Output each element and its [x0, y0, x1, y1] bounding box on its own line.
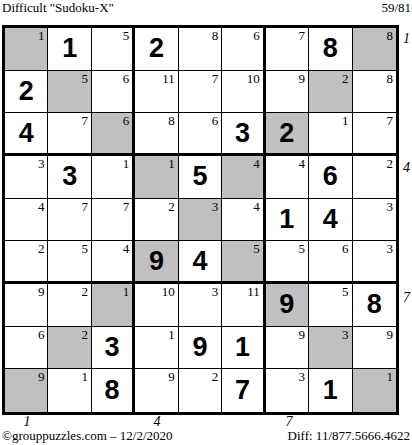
cell-r3c7[interactable]: 2	[266, 113, 309, 156]
difficulty-code: Diff: 11/877.5666.4622	[288, 428, 410, 444]
cell-r6c9[interactable]: 3	[353, 241, 396, 284]
cell-r9c4[interactable]: 9	[135, 369, 178, 412]
clue-number: 5	[253, 241, 260, 256]
row-label-7: 7	[403, 290, 410, 306]
given-digit: 2	[149, 35, 164, 62]
cell-r7c2[interactable]: 2	[48, 284, 91, 327]
clue-number: 5	[299, 241, 306, 256]
cell-r4c7[interactable]: 4	[266, 156, 309, 199]
given-digit: 1	[323, 377, 338, 404]
cell-r7c9[interactable]: 8	[353, 284, 396, 327]
clue-number: 3	[386, 199, 393, 214]
cell-r7c3[interactable]: 1	[92, 284, 135, 327]
cell-r2c9[interactable]: 8	[353, 71, 396, 114]
clue-number: 8	[168, 113, 175, 128]
given-digit: 6	[323, 163, 338, 190]
given-digit: 8	[323, 35, 338, 62]
cell-r9c8[interactable]: 1	[309, 369, 352, 412]
clue-number: 4	[253, 199, 260, 214]
given-digit: 8	[367, 291, 382, 318]
given-digit: 4	[19, 120, 34, 147]
given-digit: 9	[192, 334, 207, 361]
cell-r1c4[interactable]: 2	[135, 28, 178, 71]
cell-r3c6[interactable]: 3	[222, 113, 265, 156]
clue-number: 6	[123, 71, 130, 86]
clue-number: 4	[123, 241, 130, 256]
clue-number: 3	[342, 327, 349, 342]
page: Difficult "Sudoku-X" 59/81 1152867882561…	[0, 0, 412, 445]
clue-number: 7	[299, 28, 306, 43]
given-digit: 1	[62, 35, 77, 62]
clue-number: 1	[81, 369, 88, 384]
cell-r3c1[interactable]: 4	[5, 113, 48, 156]
clue-number: 10	[247, 71, 260, 86]
cell-r6c7[interactable]: 5	[266, 241, 309, 284]
cell-r5c7[interactable]: 1	[266, 199, 309, 242]
clue-number: 4	[38, 199, 45, 214]
clue-number: 1	[38, 28, 45, 43]
cell-r9c2[interactable]: 1	[48, 369, 91, 412]
cell-r9c6[interactable]: 7	[222, 369, 265, 412]
clue-number: 4	[253, 156, 260, 171]
cell-r3c2[interactable]: 7	[48, 113, 91, 156]
clue-number: 8	[212, 28, 219, 43]
cell-r8c7[interactable]: 9	[266, 327, 309, 370]
cell-r8c1[interactable]: 6	[5, 327, 48, 370]
cell-r8c4[interactable]: 1	[135, 327, 178, 370]
given-digit: 3	[105, 334, 120, 361]
clue-number: 1	[168, 327, 175, 342]
clue-number: 9	[299, 327, 306, 342]
cell-r8c5[interactable]: 9	[179, 327, 222, 370]
clue-number: 7	[212, 71, 219, 86]
cell-r7c8[interactable]: 5	[309, 284, 352, 327]
cell-r6c1[interactable]: 2	[5, 241, 48, 284]
cell-r2c5[interactable]: 7	[179, 71, 222, 114]
given-digit: 1	[279, 206, 294, 233]
given-digit: 1	[235, 334, 250, 361]
clue-number: 2	[81, 327, 88, 342]
cell-r2c3[interactable]: 6	[92, 71, 135, 114]
cell-r5c2[interactable]: 7	[48, 199, 91, 242]
row-label-4: 4	[403, 160, 410, 176]
cell-r5c5[interactable]: 3	[179, 199, 222, 242]
given-digit: 8	[105, 377, 120, 404]
cell-r2c8[interactable]: 2	[309, 71, 352, 114]
cell-r5c8[interactable]: 4	[309, 199, 352, 242]
cell-r4c1[interactable]: 3	[5, 156, 48, 199]
clue-number: 6	[123, 113, 130, 128]
row-label-1: 1	[403, 31, 410, 47]
cell-r6c6[interactable]: 5	[222, 241, 265, 284]
cell-r3c8[interactable]: 1	[309, 113, 352, 156]
clue-number: 11	[162, 71, 175, 86]
cell-r4c6[interactable]: 4	[222, 156, 265, 199]
cell-r1c2[interactable]: 1	[48, 28, 91, 71]
cell-r5c6[interactable]: 4	[222, 199, 265, 242]
cell-r5c4[interactable]: 2	[135, 199, 178, 242]
cell-r1c5[interactable]: 8	[179, 28, 222, 71]
cell-r6c5[interactable]: 4	[179, 241, 222, 284]
cell-r7c7[interactable]: 9	[266, 284, 309, 327]
clue-number: 4	[299, 156, 306, 171]
given-digit: 5	[192, 163, 207, 190]
cell-r9c3[interactable]: 8	[92, 369, 135, 412]
cell-r8c2[interactable]: 2	[48, 327, 91, 370]
cell-r3c4[interactable]: 8	[135, 113, 178, 156]
clue-number: 1	[168, 156, 175, 171]
clue-number: 9	[38, 369, 45, 384]
cell-r5c1[interactable]: 4	[5, 199, 48, 242]
cell-r2c4[interactable]: 11	[135, 71, 178, 114]
cell-r4c8[interactable]: 6	[309, 156, 352, 199]
clue-number: 6	[212, 113, 219, 128]
copyright-date: ©grouppuzzles.com – 12/2/2020	[2, 428, 173, 444]
cell-r2c1[interactable]: 2	[5, 71, 48, 114]
clue-number: 6	[342, 241, 349, 256]
clue-number: 7	[386, 113, 393, 128]
clue-number: 10	[162, 284, 175, 299]
clue-number: 3	[299, 369, 306, 384]
clue-number: 9	[38, 284, 45, 299]
puzzle-title: Difficult "Sudoku-X"	[2, 0, 114, 16]
given-digit: 3	[235, 120, 250, 147]
cell-r4c4[interactable]: 1	[135, 156, 178, 199]
sudoku-board: 1152867882561171092847686321733115446247…	[2, 25, 399, 415]
clue-number: 6	[253, 28, 260, 43]
cell-r1c1[interactable]: 1	[5, 28, 48, 71]
cell-r1c8[interactable]: 8	[309, 28, 352, 71]
cell-r1c6[interactable]: 6	[222, 28, 265, 71]
cell-r4c3[interactable]: 1	[92, 156, 135, 199]
clue-number: 2	[212, 369, 219, 384]
given-digit: 4	[192, 248, 207, 275]
clue-number: 5	[123, 28, 130, 43]
given-digit: 3	[62, 163, 77, 190]
cell-r8c9[interactable]: 9	[353, 327, 396, 370]
cell-r6c2[interactable]: 5	[48, 241, 91, 284]
clue-number: 2	[386, 156, 393, 171]
clue-number: 2	[168, 199, 175, 214]
clue-number: 3	[386, 241, 393, 256]
cell-r6c8[interactable]: 6	[309, 241, 352, 284]
cell-r8c3[interactable]: 3	[92, 327, 135, 370]
cell-r9c5[interactable]: 2	[179, 369, 222, 412]
cell-r7c4[interactable]: 10	[135, 284, 178, 327]
given-digit: 4	[323, 206, 338, 233]
cell-r1c9[interactable]: 8	[353, 28, 396, 71]
clue-number: 3	[212, 284, 219, 299]
clue-number: 1	[386, 369, 393, 384]
cell-r5c3[interactable]: 7	[92, 199, 135, 242]
clue-number: 1	[123, 284, 130, 299]
clue-number: 5	[342, 284, 349, 299]
clue-number: 3	[38, 156, 45, 171]
cell-r7c6[interactable]: 11	[222, 284, 265, 327]
cell-r7c5[interactable]: 3	[179, 284, 222, 327]
cell-r6c4[interactable]: 9	[135, 241, 178, 284]
clue-number: 2	[38, 241, 45, 256]
clue-number: 5	[81, 241, 88, 256]
cell-r5c9[interactable]: 3	[353, 199, 396, 242]
clue-number: 7	[81, 113, 88, 128]
clue-number: 7	[81, 199, 88, 214]
clue-number: 8	[386, 28, 393, 43]
given-digit: 9	[279, 291, 294, 318]
remaining-counter: 59/81	[381, 0, 411, 16]
cell-r1c7[interactable]: 7	[266, 28, 309, 71]
clue-number: 9	[168, 369, 175, 384]
clue-number: 8	[386, 71, 393, 86]
given-digit: 9	[149, 248, 164, 275]
clue-number: 2	[81, 284, 88, 299]
cell-r2c6[interactable]: 10	[222, 71, 265, 114]
clue-number: 5	[81, 71, 88, 86]
given-digit: 7	[235, 377, 250, 404]
cell-r8c6[interactable]: 1	[222, 327, 265, 370]
cell-r8c8[interactable]: 3	[309, 327, 352, 370]
cell-r4c9[interactable]: 2	[353, 156, 396, 199]
clue-number: 9	[299, 71, 306, 86]
cell-r7c1[interactable]: 9	[5, 284, 48, 327]
cell-r3c5[interactable]: 6	[179, 113, 222, 156]
cell-r6c3[interactable]: 4	[92, 241, 135, 284]
clue-number: 9	[386, 327, 393, 342]
given-digit: 2	[19, 78, 34, 105]
given-digit: 2	[279, 120, 294, 147]
clue-number: 1	[342, 113, 349, 128]
cell-r3c3[interactable]: 6	[92, 113, 135, 156]
cell-r4c5[interactable]: 5	[179, 156, 222, 199]
cell-r2c2[interactable]: 5	[48, 71, 91, 114]
cell-r4c2[interactable]: 3	[48, 156, 91, 199]
cell-r9c9[interactable]: 1	[353, 369, 396, 412]
clue-number: 11	[247, 284, 260, 299]
cell-r3c9[interactable]: 7	[353, 113, 396, 156]
cell-r2c7[interactable]: 9	[266, 71, 309, 114]
clue-number: 2	[342, 71, 349, 86]
clue-number: 7	[123, 199, 130, 214]
clue-number: 3	[212, 199, 219, 214]
clue-number: 6	[38, 327, 45, 342]
cell-r9c1[interactable]: 9	[5, 369, 48, 412]
cell-r1c3[interactable]: 5	[92, 28, 135, 71]
cell-r9c7[interactable]: 3	[266, 369, 309, 412]
clue-number: 1	[123, 156, 130, 171]
